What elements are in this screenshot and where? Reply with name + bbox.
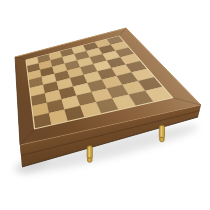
board-scene [0, 0, 210, 210]
brass-clasp [87, 146, 92, 163]
board-3d-svg [0, 0, 210, 210]
chess-box-photo [0, 0, 210, 210]
brass-clasp [159, 125, 164, 142]
